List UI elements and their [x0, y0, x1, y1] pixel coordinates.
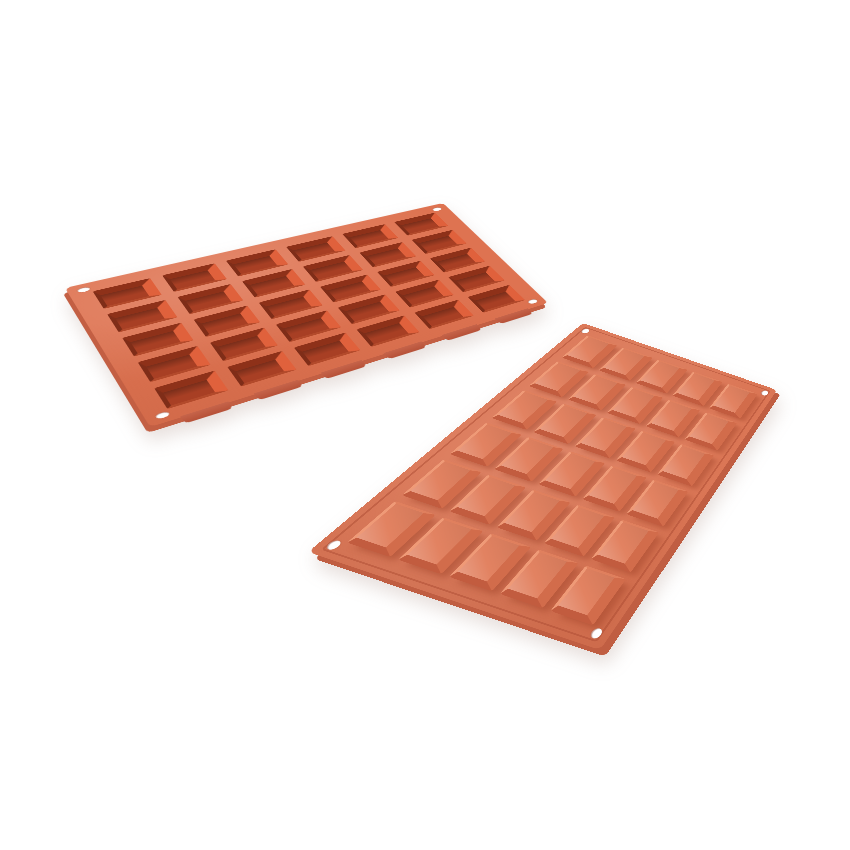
- face-down-mold-shadow: [0, 0, 850, 850]
- product-photo-scene: [0, 0, 850, 850]
- face-down-mold: [308, 323, 777, 650]
